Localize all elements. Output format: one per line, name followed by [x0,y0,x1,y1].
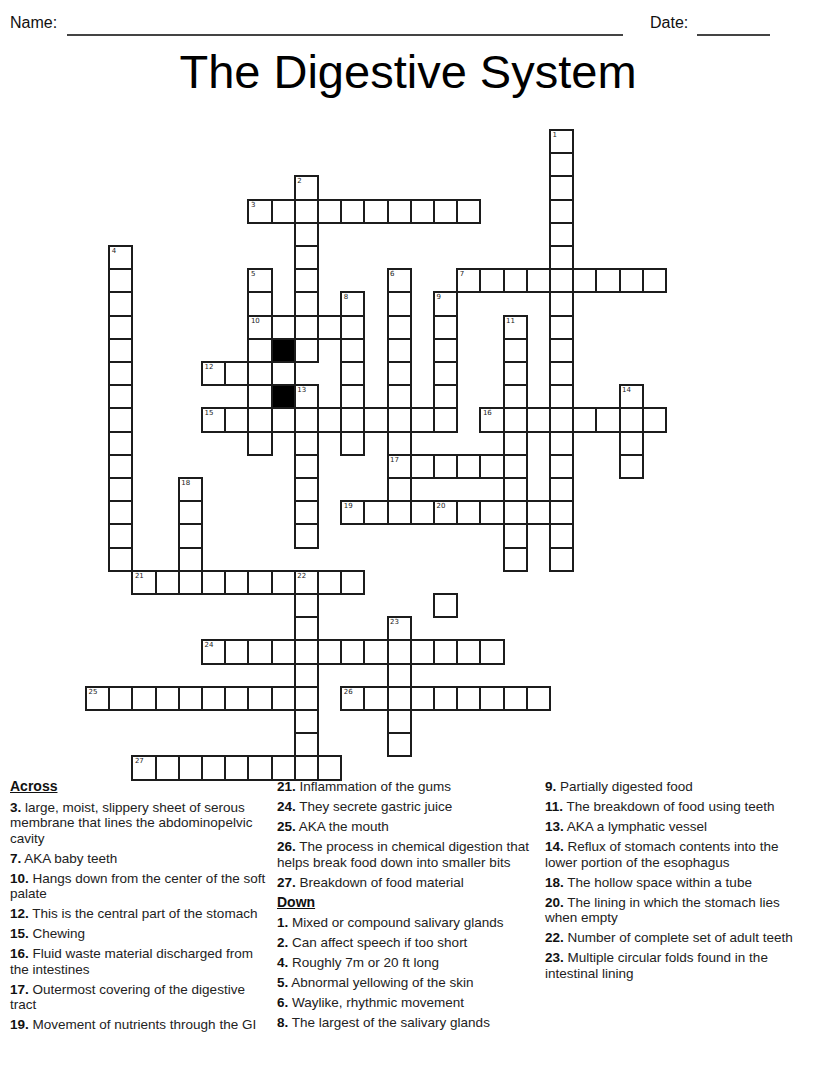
clue-item: 3. large, moist, slippery sheet of serou… [10,800,268,847]
grid-cell[interactable] [108,523,133,548]
clue-item-number: 3. [10,800,21,815]
grid-cell[interactable]: 17 [387,454,412,479]
clue-item-number: 13. [545,819,564,834]
grid-cell[interactable]: 8 [340,291,365,316]
grid-cell[interactable]: 20 [433,500,458,525]
grid-cell[interactable] [317,639,342,664]
clue-number: 11 [506,317,515,325]
grid-cell[interactable] [294,199,319,224]
grid-cell[interactable]: 18 [178,477,203,502]
grid-cell[interactable] [178,547,203,572]
clue-item: 1. Mixed or compound salivary glands [277,915,535,931]
grid-cell[interactable] [108,477,133,502]
grid-cell[interactable] [271,361,296,386]
grid-cell[interactable] [294,755,319,780]
grid-cell[interactable] [108,338,133,363]
grid-cell[interactable] [340,315,365,340]
grid-cell[interactable]: 2 [294,175,319,200]
clue-number: 2 [297,177,301,185]
clue-item: 7. AKA baby teeth [10,851,268,867]
grid-cell[interactable] [363,686,388,711]
grid-cell[interactable] [549,500,574,525]
grid-cell[interactable] [619,407,644,432]
grid-cell[interactable] [503,454,528,479]
date-label: Date: [650,14,688,32]
grid-cell[interactable] [549,523,574,548]
grid-cell[interactable] [247,639,272,664]
grid-cell[interactable] [549,338,574,363]
grid-cell[interactable] [433,315,458,340]
grid-cell[interactable] [503,407,528,432]
grid-cell[interactable] [108,547,133,572]
grid-cell[interactable] [549,384,574,409]
grid-cell[interactable]: 23 [387,616,412,641]
grid-cell[interactable] [271,686,296,711]
clue-item-number: 11. [545,799,563,814]
clue-number: 13 [297,386,306,394]
grid-cell[interactable] [247,755,272,780]
clue-number: 26 [344,688,353,696]
grid-cell[interactable] [387,291,412,316]
grid-cell[interactable] [433,454,458,479]
grid-cell[interactable] [317,315,342,340]
clue-item-number: 9. [545,779,556,794]
clue-item-number: 23. [545,950,564,965]
grid-cell[interactable] [549,291,574,316]
grid-cell[interactable] [317,755,342,780]
grid-cell[interactable] [108,500,133,525]
clue-item-number: 16. [10,946,29,961]
grid-cell[interactable] [247,431,272,456]
grid-cell[interactable]: 19 [340,500,365,525]
grid-cell[interactable] [549,361,574,386]
grid-cell[interactable] [572,407,597,432]
grid-cell[interactable]: 21 [131,570,156,595]
grid-cell[interactable] [247,361,272,386]
grid-cell[interactable] [549,268,574,293]
grid-cell[interactable] [503,500,528,525]
grid-cell[interactable] [131,686,156,711]
grid-cell[interactable] [294,663,319,688]
grid-cell[interactable] [503,431,528,456]
grid-cell[interactable] [340,361,365,386]
clue-item: 6. Waylike, rhythmic movement [277,995,535,1011]
clue-number: 19 [344,502,353,510]
grid-cell[interactable] [456,686,481,711]
crossword-grid: 1234567891011121314151617181920212223242… [85,129,667,779]
grid-cell[interactable] [108,361,133,386]
grid-cell[interactable] [363,500,388,525]
grid-cell[interactable] [503,268,528,293]
grid-cell[interactable] [271,315,296,340]
grid-cell[interactable] [479,454,504,479]
grid-cell[interactable]: 16 [479,407,504,432]
grid-cell[interactable]: 13 [294,384,319,409]
grid-cell[interactable] [526,268,551,293]
grid-cell[interactable] [410,686,435,711]
grid-cell[interactable] [340,570,365,595]
grid-cell[interactable] [294,686,319,711]
grid-cell[interactable] [294,477,319,502]
grid-cell[interactable] [433,361,458,386]
grid-cell[interactable] [155,755,180,780]
clue-item-number: 14. [545,839,564,854]
clue-item-number: 25. [277,819,296,834]
grid-cell[interactable]: 15 [201,407,226,432]
clue-item: 19. Movement of nutrients through the GI [10,1017,268,1033]
grid-cell[interactable] [526,686,551,711]
grid-cell[interactable] [271,755,296,780]
grid-cell[interactable] [108,268,133,293]
grid-cell[interactable] [294,500,319,525]
grid-cell[interactable] [247,384,272,409]
clue-item-number: 18. [545,875,564,890]
clue-item-number: 10. [10,871,29,886]
grid-cell[interactable] [526,500,551,525]
grid-cell[interactable] [201,686,226,711]
clue-item: 8. The largest of the salivary glands [277,1015,535,1031]
grid-cell[interactable] [619,431,644,456]
grid-cell[interactable] [433,593,458,618]
grid-cell[interactable] [456,639,481,664]
grid-cell[interactable]: 6 [387,268,412,293]
grid-cell[interactable] [595,407,620,432]
grid-cell[interactable] [340,431,365,456]
grid-cell[interactable] [224,361,249,386]
clue-number: 9 [437,293,441,301]
clue-number: 17 [390,456,399,464]
grid-cell[interactable] [526,407,551,432]
grid-cell[interactable] [549,407,574,432]
grid-cell[interactable] [410,199,435,224]
grid-cell[interactable] [479,639,504,664]
grid-cell[interactable] [224,639,249,664]
grid-cell[interactable] [619,454,644,479]
clue-item: 25. AKA the mouth [277,819,535,835]
grid-cell[interactable] [108,407,133,432]
grid-cell[interactable] [340,639,365,664]
grid-cell[interactable] [387,431,412,456]
grid-cell[interactable] [503,686,528,711]
clue-number: 7 [460,270,464,278]
grid-cell[interactable] [410,639,435,664]
clue-item-number: 24. [277,799,296,814]
clue-item-number: 4. [277,955,288,970]
grid-cell[interactable] [503,477,528,502]
grid-cell[interactable]: 12 [201,361,226,386]
grid-cell[interactable] [340,384,365,409]
grid-cell[interactable] [108,384,133,409]
clue-item: 17. Outermost covering of the digestive … [10,982,268,1013]
grid-cell[interactable] [340,199,365,224]
grid-cell[interactable] [294,315,319,340]
grid-cell[interactable] [387,639,412,664]
grid-cell[interactable] [387,709,412,734]
grid-cell[interactable] [387,361,412,386]
grid-cell[interactable] [387,315,412,340]
clue-item-number: 7. [10,851,21,866]
grid-cell[interactable] [619,268,644,293]
clue-item-number: 8. [277,1015,288,1030]
black-cell [271,338,296,363]
down-heading: Down [277,895,535,911]
grid-cell[interactable] [433,407,458,432]
clue-item-number: 2. [277,935,288,950]
page-title: The Digestive System [0,44,816,99]
grid-cell[interactable] [410,454,435,479]
clue-item: 15. Chewing [10,926,268,942]
grid-cell[interactable] [294,454,319,479]
grid-cell[interactable]: 14 [619,384,644,409]
grid-cell[interactable]: 3 [247,199,272,224]
grid-cell[interactable] [549,477,574,502]
grid-cell[interactable] [294,616,319,641]
grid-cell[interactable] [247,338,272,363]
grid-cell[interactable] [294,407,319,432]
grid-cell[interactable] [247,686,272,711]
clue-item-number: 15. [10,926,29,941]
clue-item-number: 6. [277,995,288,1010]
clue-item-number: 1. [277,915,288,930]
clue-item: 4. Roughly 7m or 20 ft long [277,955,535,971]
grid-cell[interactable] [178,686,203,711]
grid-cell[interactable] [108,431,133,456]
clue-item-number: 19. [10,1017,29,1032]
clues-column-2: 21. Inflammation of the gums24. They sec… [277,779,535,1035]
grid-cell[interactable] [549,222,574,247]
clue-number: 18 [181,479,190,487]
clue-item-number: 26. [277,839,296,854]
clue-item: 18. The hollow space within a tube [545,875,811,891]
grid-cell[interactable] [549,547,574,572]
grid-cell[interactable] [317,199,342,224]
grid-cell[interactable] [247,570,272,595]
grid-cell[interactable] [433,384,458,409]
grid-cell[interactable] [387,686,412,711]
grid-cell[interactable] [503,361,528,386]
grid-cell[interactable] [456,454,481,479]
grid-cell[interactable] [224,407,249,432]
clue-item: 12. This is the central part of the stom… [10,906,268,922]
grid-cell[interactable] [549,454,574,479]
grid-cell[interactable] [294,639,319,664]
grid-cell[interactable] [387,732,412,757]
grid-cell[interactable] [271,199,296,224]
clue-number: 3 [251,201,255,209]
clue-number: 1 [553,131,557,139]
clue-number: 14 [622,386,631,394]
grid-cell[interactable] [224,755,249,780]
grid-cell[interactable]: 27 [131,755,156,780]
clue-number: 10 [251,317,260,325]
grid-cell[interactable]: 1 [549,129,574,154]
grid-cell[interactable] [572,268,597,293]
grid-cell[interactable] [503,547,528,572]
down-clue-list-1: 1. Mixed or compound salivary glands2. C… [277,915,535,1031]
grid-cell[interactable] [479,268,504,293]
grid-cell[interactable] [387,199,412,224]
clue-number: 5 [251,270,255,278]
grid-cell[interactable] [271,570,296,595]
grid-cell[interactable]: 24 [201,639,226,664]
clues-column-1: Across 3. large, moist, slippery sheet o… [10,779,268,1037]
grid-cell[interactable] [247,291,272,316]
grid-cell[interactable] [549,245,574,270]
grid-cell[interactable] [642,407,667,432]
grid-cell[interactable] [155,570,180,595]
grid-cell[interactable] [178,523,203,548]
grid-cell[interactable] [294,593,319,618]
grid-cell[interactable] [271,407,296,432]
clue-item: 11. The breakdown of food using teeth [545,799,811,815]
clue-number: 27 [135,757,144,765]
grid-cell[interactable] [387,663,412,688]
grid-cell[interactable] [271,639,296,664]
name-blank-line[interactable] [67,14,623,36]
grid-cell[interactable] [294,732,319,757]
grid-cell[interactable] [410,407,435,432]
grid-cell[interactable] [224,570,249,595]
grid-cell[interactable] [294,245,319,270]
grid-cell[interactable] [340,338,365,363]
grid-cell[interactable] [363,407,388,432]
grid-cell[interactable]: 11 [503,315,528,340]
grid-cell[interactable] [433,338,458,363]
clue-item: 22. Number of complete set of adult teet… [545,930,811,946]
clue-number: 15 [205,409,214,417]
grid-cell[interactable] [433,639,458,664]
date-blank-line[interactable] [697,14,770,36]
grid-cell[interactable] [456,199,481,224]
across-heading: Across [10,779,268,795]
grid-cell[interactable] [479,500,504,525]
clue-number: 6 [390,270,394,278]
clue-item: 9. Partially digested food [545,779,811,795]
clue-number: 12 [205,363,214,371]
grid-cell[interactable]: 9 [433,291,458,316]
clue-item-number: 22. [545,930,564,945]
grid-cell[interactable] [294,268,319,293]
name-label: Name: [10,14,57,32]
grid-cell[interactable] [108,315,133,340]
grid-cell[interactable] [108,291,133,316]
grid-cell[interactable] [456,500,481,525]
across-clue-list-1: 3. large, moist, slippery sheet of serou… [10,800,268,1033]
clue-number: 21 [135,572,144,580]
grid-cell[interactable] [294,291,319,316]
clue-item-number: 20. [545,895,564,910]
grid-cell[interactable] [294,222,319,247]
grid-cell[interactable] [503,338,528,363]
clue-item: 20. The lining in which the stomach lies… [545,895,811,926]
grid-cell[interactable] [549,199,574,224]
grid-cell[interactable] [363,199,388,224]
grid-cell[interactable] [108,454,133,479]
clue-item: 2. Can affect speech if too short [277,935,535,951]
clue-item: 27. Breakdown of food material [277,875,535,891]
grid-cell[interactable] [642,268,667,293]
grid-cell[interactable]: 5 [247,268,272,293]
grid-cell[interactable]: 25 [85,686,110,711]
clue-number: 20 [437,502,446,510]
clue-item: 13. AKA a lymphatic vessel [545,819,811,835]
clue-number: 25 [89,688,98,696]
grid-cell[interactable] [387,500,412,525]
clue-item: 14. Reflux of stomach contents into the … [545,839,811,870]
grid-cell[interactable] [363,639,388,664]
grid-cell[interactable] [340,407,365,432]
clue-number: 23 [390,618,399,626]
grid-cell[interactable] [201,570,226,595]
grid-cell[interactable] [178,500,203,525]
clue-number: 22 [297,572,306,580]
grid-cell[interactable] [410,500,435,525]
grid-cell[interactable] [224,686,249,711]
grid-cell[interactable] [178,570,203,595]
grid-cell[interactable] [294,523,319,548]
clue-item-number: 27. [277,875,296,890]
across-clue-list-2: 21. Inflammation of the gums24. They sec… [277,779,535,890]
grid-cell[interactable] [317,407,342,432]
grid-cell[interactable] [479,686,504,711]
grid-cell[interactable] [595,268,620,293]
grid-cell[interactable] [387,384,412,409]
clue-number: 4 [112,247,116,255]
black-cell [271,384,296,409]
clue-item: 5. Abnormal yellowing of the skin [277,975,535,991]
grid-cell[interactable] [503,523,528,548]
clue-item-number: 12. [10,906,29,921]
grid-cell[interactable] [387,407,412,432]
grid-cell[interactable]: 10 [247,315,272,340]
clue-number: 8 [344,293,348,301]
clue-item: 21. Inflammation of the gums [277,779,535,795]
grid-cell[interactable] [387,477,412,502]
grid-cell[interactable] [549,152,574,177]
clue-item-number: 21. [277,779,296,794]
clue-item: 10. Hangs down from the center of the so… [10,871,268,902]
grid-cell[interactable] [433,199,458,224]
down-clue-list-2: 9. Partially digested food11. The breakd… [545,779,811,981]
grid-cell[interactable] [108,686,133,711]
clues-column-3: 9. Partially digested food11. The breakd… [545,779,811,986]
clue-number: 24 [205,641,214,649]
grid-cell[interactable]: 7 [456,268,481,293]
clue-item: 26. The process in chemical digestion th… [277,839,535,870]
grid-cell[interactable] [294,338,319,363]
grid-cell[interactable] [201,755,226,780]
clue-item: 23. Multiple circular folds found in the… [545,950,811,981]
grid-cell[interactable] [433,686,458,711]
grid-cell[interactable] [247,407,272,432]
grid-cell[interactable]: 22 [294,570,319,595]
grid-cell[interactable] [294,709,319,734]
grid-cell[interactable] [503,384,528,409]
worksheet-page: { "header": { "name_label": "Name:", "da… [0,0,816,1083]
grid-cell[interactable]: 4 [108,245,133,270]
grid-cell[interactable] [155,686,180,711]
grid-cell[interactable] [178,755,203,780]
grid-cell[interactable] [549,175,574,200]
clue-item: 16. Fluid waste material discharged from… [10,946,268,977]
grid-cell[interactable] [549,431,574,456]
grid-cell[interactable] [317,570,342,595]
grid-cell[interactable] [294,431,319,456]
header: Name: Date: [0,8,816,42]
grid-cell[interactable] [549,315,574,340]
grid-cell[interactable]: 26 [340,686,365,711]
grid-cell[interactable] [387,338,412,363]
